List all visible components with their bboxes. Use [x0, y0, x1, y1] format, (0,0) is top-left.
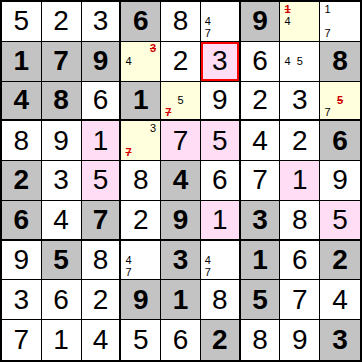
pencil-marks: 47 — [202, 242, 238, 279]
pencil-marks: 17 — [321, 3, 359, 40]
cell-value: 3 — [14, 286, 30, 314]
cell-value: 3 — [173, 246, 189, 274]
cell-r9c8[interactable]: 9 — [280, 320, 320, 360]
candidate-7: 7 — [321, 28, 334, 40]
cell-value: 1 — [133, 86, 149, 114]
pencil-marks: 37 — [122, 122, 159, 159]
cell-r5c7[interactable]: 7 — [241, 161, 281, 201]
pencil-marks: 57 — [162, 83, 199, 119]
cell-r5c8[interactable]: 1 — [280, 161, 320, 201]
pencil-marks: 47 — [122, 242, 159, 279]
cell-r5c5[interactable]: 4 — [161, 161, 201, 201]
cell-value: 9 — [252, 7, 268, 35]
cell-r5c9[interactable]: 9 — [320, 161, 360, 201]
cell-value: 1 — [14, 47, 30, 75]
cell-r3c9[interactable]: 57 — [320, 82, 360, 122]
cell-value: 5 — [14, 7, 30, 35]
cell-value: 3 — [292, 86, 308, 114]
cell-value: 1 — [53, 326, 69, 354]
cell-value: 6 — [292, 246, 308, 274]
cell-r2c6[interactable]: 3 — [201, 42, 241, 82]
pencil-marks: 45 — [281, 43, 318, 80]
cell-r9c6[interactable]: 2 — [201, 320, 241, 360]
cell-value: 9 — [133, 286, 149, 314]
cell-value: 6 — [332, 127, 348, 155]
cell-r9c1[interactable]: 7 — [2, 320, 42, 360]
cell-r6c9[interactable]: 5 — [320, 201, 360, 241]
cell-r3c1[interactable]: 4 — [2, 82, 42, 122]
cell-value: 8 — [212, 286, 228, 314]
cell-r8c4[interactable]: 9 — [121, 280, 161, 320]
cell-value: 8 — [332, 47, 348, 75]
cell-value: 4 — [173, 166, 189, 194]
cell-value: 5 — [53, 246, 69, 274]
cell-r8c9[interactable]: 4 — [320, 280, 360, 320]
candidate-7: 7 — [202, 266, 214, 278]
cell-r7c4[interactable]: 47 — [121, 241, 161, 281]
cell-value: 9 — [14, 246, 30, 274]
candidate-7: 7 — [202, 28, 214, 40]
cell-r5c4[interactable]: 8 — [121, 161, 161, 201]
cell-r1c9[interactable]: 17 — [320, 2, 360, 42]
candidate-4: 4 — [202, 15, 214, 27]
pencil-marks: 14 — [281, 3, 318, 40]
cell-r9c2[interactable]: 1 — [42, 320, 82, 360]
cell-r6c4[interactable]: 2 — [121, 201, 161, 241]
cell-value: 1 — [93, 127, 109, 155]
candidate-7: 7 — [122, 266, 134, 278]
cell-value: 7 — [252, 166, 268, 194]
cell-value: 9 — [332, 166, 348, 194]
cell-value: 9 — [53, 127, 69, 155]
cell-r8c2[interactable]: 6 — [42, 280, 82, 320]
pencil-marks: 34 — [122, 43, 159, 80]
cell-value: 6 — [133, 7, 149, 35]
cell-value: 4 — [93, 326, 109, 354]
cell-r6c5[interactable]: 9 — [161, 201, 201, 241]
cell-r6c8[interactable]: 8 — [280, 201, 320, 241]
eliminated-candidate-3: 3 — [147, 43, 159, 55]
cell-r9c5[interactable]: 6 — [161, 320, 201, 360]
cell-value: 5 — [332, 206, 348, 234]
cell-value: 8 — [93, 246, 109, 274]
cell-r9c4[interactable]: 5 — [121, 320, 161, 360]
cell-r8c7[interactable]: 5 — [241, 280, 281, 320]
cell-r3c2[interactable]: 8 — [42, 82, 82, 122]
cell-r6c7[interactable]: 3 — [241, 201, 281, 241]
cell-r2c8[interactable]: 45 — [280, 42, 320, 82]
cell-value: 5 — [133, 326, 149, 354]
cell-r3c4[interactable]: 1 — [121, 82, 161, 122]
cell-value: 6 — [93, 86, 109, 114]
sudoku-board: 5236847914171793423645848615792357891377… — [0, 0, 362, 362]
cell-value: 8 — [14, 127, 30, 155]
cell-value: 4 — [14, 86, 30, 114]
cell-value: 7 — [292, 286, 308, 314]
cell-r9c7[interactable]: 8 — [241, 320, 281, 360]
cell-r8c5[interactable]: 1 — [161, 280, 201, 320]
cell-r6c3[interactable]: 7 — [82, 201, 122, 241]
cell-r1c1[interactable]: 5 — [2, 2, 42, 42]
cell-r7c7[interactable]: 1 — [241, 241, 281, 281]
cell-r3c8[interactable]: 3 — [280, 82, 320, 122]
cell-r8c8[interactable]: 7 — [280, 280, 320, 320]
cell-value: 1 — [252, 246, 268, 274]
cell-value: 2 — [332, 246, 348, 274]
cell-value: 7 — [173, 127, 189, 155]
cell-r8c3[interactable]: 2 — [82, 280, 122, 320]
cell-value: 7 — [14, 326, 30, 354]
cell-value: 1 — [292, 166, 308, 194]
eliminated-candidate-7: 7 — [122, 147, 134, 159]
cell-r5c3[interactable]: 5 — [82, 161, 122, 201]
cell-r7c3[interactable]: 8 — [82, 241, 122, 281]
cell-r4c7[interactable]: 4 — [241, 121, 281, 161]
cell-r9c9[interactable]: 3 — [320, 320, 360, 360]
cell-value: 8 — [173, 7, 189, 35]
cell-r7c5[interactable]: 3 — [161, 241, 201, 281]
candidate-7: 7 — [321, 106, 334, 118]
cell-value: 3 — [332, 326, 348, 354]
cell-value: 9 — [212, 86, 228, 114]
cell-value: 3 — [93, 7, 109, 35]
cell-value: 9 — [173, 206, 189, 234]
cell-r7c1[interactable]: 9 — [2, 241, 42, 281]
cell-value: 2 — [252, 86, 268, 114]
cell-r5c2[interactable]: 3 — [42, 161, 82, 201]
cell-r4c9[interactable]: 6 — [320, 121, 360, 161]
eliminated-candidate-5: 5 — [334, 94, 347, 106]
cell-r1c4[interactable]: 6 — [121, 2, 161, 42]
cell-value: 3 — [212, 47, 228, 75]
cell-value: 6 — [252, 47, 268, 75]
cell-r2c4[interactable]: 34 — [121, 42, 161, 82]
cell-value: 8 — [133, 166, 149, 194]
eliminated-candidate-1: 1 — [281, 3, 293, 15]
cell-value: 2 — [14, 166, 30, 194]
cell-r6c6[interactable]: 1 — [201, 201, 241, 241]
cell-r3c5[interactable]: 57 — [161, 82, 201, 122]
cell-r3c6[interactable]: 9 — [201, 82, 241, 122]
cell-value: 3 — [252, 206, 268, 234]
cell-r4c6[interactable]: 5 — [201, 121, 241, 161]
cell-r4c8[interactable]: 2 — [280, 121, 320, 161]
candidate-5: 5 — [174, 94, 186, 106]
cell-r7c6[interactable]: 47 — [201, 241, 241, 281]
cell-value: 8 — [53, 86, 69, 114]
cell-value: 6 — [173, 326, 189, 354]
cell-r1c2[interactable]: 2 — [42, 2, 82, 42]
cell-r3c3[interactable]: 6 — [82, 82, 122, 122]
candidate-4: 4 — [202, 254, 214, 266]
cell-r8c6[interactable]: 8 — [201, 280, 241, 320]
cell-value: 6 — [212, 166, 228, 194]
cell-value: 8 — [252, 326, 268, 354]
cell-value: 5 — [252, 286, 268, 314]
cell-r1c6[interactable]: 47 — [201, 2, 241, 42]
cell-r2c1[interactable]: 1 — [2, 42, 42, 82]
cell-r4c4[interactable]: 37 — [121, 121, 161, 161]
candidate-4: 4 — [122, 254, 134, 266]
eliminated-candidate-7: 7 — [162, 106, 174, 118]
candidate-4: 4 — [281, 15, 293, 27]
pencil-marks: 57 — [321, 83, 359, 119]
cell-value: 7 — [93, 206, 109, 234]
cell-r9c3[interactable]: 4 — [82, 320, 122, 360]
cell-value: 9 — [292, 326, 308, 354]
cell-r2c7[interactable]: 6 — [241, 42, 281, 82]
cell-value: 5 — [93, 166, 109, 194]
cell-r5c6[interactable]: 6 — [201, 161, 241, 201]
cell-value: 7 — [53, 47, 69, 75]
cell-value: 6 — [53, 286, 69, 314]
cell-r4c2[interactable]: 9 — [42, 121, 82, 161]
cell-value: 2 — [133, 206, 149, 234]
cell-r5c1[interactable]: 2 — [2, 161, 42, 201]
cell-value: 4 — [332, 286, 348, 314]
cell-value: 5 — [212, 127, 228, 155]
cell-value: 2 — [53, 7, 69, 35]
cell-r4c5[interactable]: 7 — [161, 121, 201, 161]
cell-r2c2[interactable]: 7 — [42, 42, 82, 82]
cell-value: 1 — [173, 286, 189, 314]
cell-value: 1 — [212, 206, 228, 234]
cell-r7c8[interactable]: 6 — [280, 241, 320, 281]
cell-value: 6 — [14, 206, 30, 234]
cell-r2c3[interactable]: 9 — [82, 42, 122, 82]
cell-r6c1[interactable]: 6 — [2, 201, 42, 241]
cell-r8c1[interactable]: 3 — [2, 280, 42, 320]
candidate-3: 3 — [147, 122, 159, 134]
cell-value: 4 — [252, 127, 268, 155]
cell-r7c9[interactable]: 2 — [320, 241, 360, 281]
cell-value: 4 — [53, 206, 69, 234]
cell-r3c7[interactable]: 2 — [241, 82, 281, 122]
candidate-5: 5 — [294, 55, 306, 67]
cell-r1c8[interactable]: 14 — [280, 2, 320, 42]
cell-value: 2 — [212, 326, 228, 354]
cell-r7c2[interactable]: 5 — [42, 241, 82, 281]
candidate-4: 4 — [281, 55, 293, 67]
candidate-1: 1 — [321, 3, 334, 15]
pencil-marks: 47 — [202, 3, 238, 40]
cell-value: 8 — [292, 206, 308, 234]
cell-value: 2 — [292, 127, 308, 155]
cell-r1c3[interactable]: 3 — [82, 2, 122, 42]
cell-value: 2 — [93, 286, 109, 314]
cell-r1c5[interactable]: 8 — [161, 2, 201, 42]
cell-value: 2 — [173, 47, 189, 75]
cell-value: 3 — [53, 166, 69, 194]
cell-r6c2[interactable]: 4 — [42, 201, 82, 241]
cell-r2c5[interactable]: 2 — [161, 42, 201, 82]
cell-r2c9[interactable]: 8 — [320, 42, 360, 82]
cell-r4c1[interactable]: 8 — [2, 121, 42, 161]
cell-r1c7[interactable]: 9 — [241, 2, 281, 42]
candidate-4: 4 — [122, 55, 134, 67]
cell-r4c3[interactable]: 1 — [82, 121, 122, 161]
cell-value: 9 — [93, 47, 109, 75]
